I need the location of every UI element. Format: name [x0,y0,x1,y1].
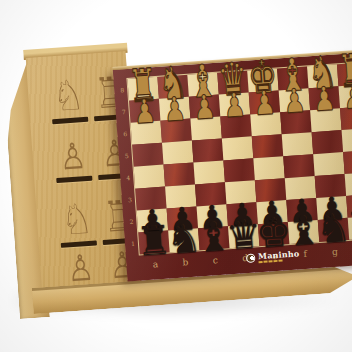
storage-row-1: ♘♖ [17,72,121,137]
brand-logo-icon [246,253,256,263]
storage-slot-cut [52,117,88,124]
piece-light-knight-g8: ♞ [306,49,338,96]
piece-light-pawn-g7: ♟ [312,81,336,115]
piece-dark-pawn-g2: ♟ [317,192,346,226]
file-label-a: a [145,259,166,270]
storage-slot-pawn: ♙ [49,137,97,176]
piece-light-pawn-f7: ♟ [282,84,306,118]
rank-label-1: 1 [128,240,138,248]
brand-logo: Maninho [246,249,300,264]
piece-dark-pawn-h2: ♟ [347,190,352,224]
piece-dark-pawn-e2: ♟ [257,196,286,230]
chess-set-photo: ♘♖♙♙♘♖♙♙ 87654321 abcdefgh ♜♞♝♛♚♝♞♜♟♟♟♟♟… [0,0,352,352]
chess-set-scene: ♘♖♙♙♘♖♙♙ 87654321 abcdefgh ♜♞♝♛♚♝♞♜♟♟♟♟♟… [1,45,352,352]
piece-dark-pawn-f2: ♟ [287,194,316,228]
file-label-c: c [205,255,226,266]
pawn-outline-engraving: ♙ [58,138,87,176]
piece-light-rook-h8: ♜ [336,47,352,94]
knight-outline-engraving: ♘ [60,198,94,242]
pawn-outline-engraving: ♙ [66,250,95,288]
storage-slot-pawn: ♙ [56,249,104,288]
piece-dark-queen-d1: ♛ [225,213,263,255]
piece-light-queen-d8: ♛ [217,56,249,103]
piece-dark-pawn-a2: ♟ [138,204,167,238]
piece-dark-rook-a1: ♜ [135,219,173,261]
rank-label-2: 2 [126,218,136,226]
rank-label-7: 7 [119,108,129,116]
file-label-g: g [325,246,346,257]
piece-light-rook-a8: ♜ [127,62,159,109]
file-label-b: b [175,257,196,268]
piece-light-king-e8: ♚ [247,54,279,101]
storage-row-2: ♙♙ [22,135,126,200]
piece-dark-bishop-c1: ♝ [195,215,233,257]
piece-dark-rook-h1: ♜ [344,205,352,247]
piece-light-pawn-c7: ♟ [192,90,216,124]
piece-dark-knight-g1: ♞ [314,207,352,249]
piece-light-pawn-d7: ♟ [222,88,246,122]
rank-label-8: 8 [117,86,127,94]
knight-outline-engraving: ♘ [52,74,86,118]
pieces-layer: ♜♞♝♛♚♝♞♜♟♟♟♟♟♟♟♟♟♟♟♟♟♟♟♟♜♞♝♛♚♝♞♜ [127,62,352,254]
rank-label-3: 3 [125,196,135,204]
piece-dark-king-e1: ♚ [255,211,293,253]
rank-label-4: 4 [123,174,133,182]
piece-dark-pawn-d2: ♟ [228,198,257,232]
piece-light-pawn-e7: ♟ [252,86,276,120]
rank-label-6: 6 [120,130,130,138]
piece-dark-pawn-b2: ♟ [168,202,197,236]
piece-dark-pawn-c2: ♟ [198,200,227,234]
piece-light-pawn-h7: ♟ [342,79,352,113]
storage-slot-cut [56,176,92,183]
piece-light-pawn-b7: ♟ [162,92,186,126]
piece-dark-knight-b1: ♞ [165,217,203,259]
piece-light-bishop-c8: ♝ [187,58,219,105]
piece-light-pawn-a7: ♟ [133,94,157,128]
piece-light-bishop-f8: ♝ [277,52,309,99]
chess-board: 87654321 abcdefgh ♜♞♝♛♚♝♞♜♟♟♟♟♟♟♟♟♟♟♟♟♟♟… [113,51,352,281]
rank-label-5: 5 [122,152,132,160]
piece-dark-bishop-f1: ♝ [285,209,323,251]
piece-light-knight-b8: ♞ [157,60,189,107]
